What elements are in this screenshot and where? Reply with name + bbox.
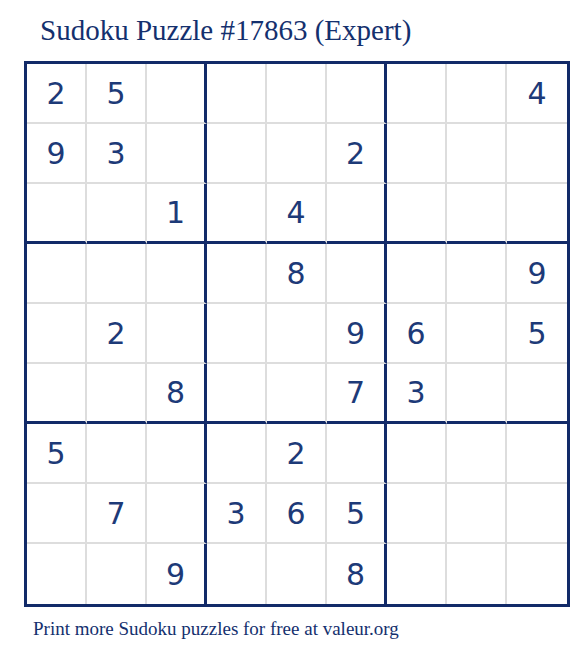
- sudoku-cell: 5: [27, 424, 87, 484]
- sudoku-cell: [507, 544, 567, 604]
- sudoku-cell: [447, 364, 507, 424]
- sudoku-cell: [207, 124, 267, 184]
- sudoku-cell: [87, 364, 147, 424]
- sudoku-cell: 5: [507, 304, 567, 364]
- sudoku-cell: [447, 244, 507, 304]
- sudoku-cell: [447, 124, 507, 184]
- sudoku-cell: [87, 244, 147, 304]
- sudoku-cell: [387, 124, 447, 184]
- sudoku-cell: [27, 484, 87, 544]
- sudoku-cell: 7: [327, 364, 387, 424]
- sudoku-cell: [327, 244, 387, 304]
- sudoku-cell: [267, 64, 327, 124]
- sudoku-cell: [87, 544, 147, 604]
- sudoku-cell: [447, 184, 507, 244]
- sudoku-cell: [327, 64, 387, 124]
- sudoku-cell: [447, 64, 507, 124]
- sudoku-cell: [27, 364, 87, 424]
- sudoku-cell: [447, 304, 507, 364]
- sudoku-cell: [387, 64, 447, 124]
- sudoku-cell: [147, 124, 207, 184]
- sudoku-cell: 2: [327, 124, 387, 184]
- sudoku-cell: [87, 184, 147, 244]
- sudoku-cell: [207, 244, 267, 304]
- sudoku-cell: 9: [27, 124, 87, 184]
- sudoku-cell: [267, 304, 327, 364]
- sudoku-cell: 8: [327, 544, 387, 604]
- sudoku-cell: [507, 124, 567, 184]
- sudoku-cell: [447, 544, 507, 604]
- sudoku-cell: [27, 184, 87, 244]
- sudoku-cell: [207, 544, 267, 604]
- sudoku-cell: [507, 184, 567, 244]
- sudoku-cell: [387, 544, 447, 604]
- sudoku-cell: [327, 424, 387, 484]
- sudoku-cell: 9: [327, 304, 387, 364]
- sudoku-cell: 5: [327, 484, 387, 544]
- sudoku-cell: [147, 64, 207, 124]
- footer-text: Print more Sudoku puzzles for free at va…: [33, 618, 399, 640]
- sudoku-cell: 3: [387, 364, 447, 424]
- sudoku-cell: 3: [87, 124, 147, 184]
- sudoku-cell: [147, 484, 207, 544]
- sudoku-cell: [387, 244, 447, 304]
- sudoku-cell: 6: [387, 304, 447, 364]
- sudoku-cell: [387, 484, 447, 544]
- sudoku-cell: [207, 184, 267, 244]
- sudoku-cell: 9: [507, 244, 567, 304]
- sudoku-cell: 2: [27, 64, 87, 124]
- sudoku-cell: [27, 544, 87, 604]
- sudoku-cell: [447, 484, 507, 544]
- sudoku-cell: [207, 424, 267, 484]
- sudoku-cell: [207, 64, 267, 124]
- sudoku-cell: [387, 184, 447, 244]
- sudoku-cell: 1: [147, 184, 207, 244]
- sudoku-cell: [447, 424, 507, 484]
- sudoku-cell: 8: [147, 364, 207, 424]
- sudoku-cell: [27, 244, 87, 304]
- sudoku-cell: [507, 424, 567, 484]
- sudoku-page: Sudoku Puzzle #17863 (Expert) 2549321489…: [0, 0, 580, 651]
- sudoku-cell: [507, 364, 567, 424]
- sudoku-cell: [387, 424, 447, 484]
- sudoku-cell: [27, 304, 87, 364]
- sudoku-cell: [507, 484, 567, 544]
- sudoku-cell: 9: [147, 544, 207, 604]
- sudoku-cell: [267, 544, 327, 604]
- sudoku-cell: 3: [207, 484, 267, 544]
- sudoku-board: 2549321489296587352736598: [24, 61, 570, 607]
- sudoku-cell: [147, 424, 207, 484]
- sudoku-cell: 7: [87, 484, 147, 544]
- sudoku-cell: [267, 124, 327, 184]
- sudoku-cell: [147, 244, 207, 304]
- sudoku-cell: 6: [267, 484, 327, 544]
- sudoku-cell: 4: [267, 184, 327, 244]
- sudoku-cell: [327, 184, 387, 244]
- sudoku-cell: 2: [267, 424, 327, 484]
- sudoku-cell: [87, 424, 147, 484]
- sudoku-cell: 4: [507, 64, 567, 124]
- sudoku-cell: [207, 304, 267, 364]
- sudoku-cell: 8: [267, 244, 327, 304]
- page-title: Sudoku Puzzle #17863 (Expert): [40, 14, 411, 47]
- sudoku-cell: 5: [87, 64, 147, 124]
- sudoku-cell: [267, 364, 327, 424]
- sudoku-cell: [147, 304, 207, 364]
- sudoku-cell: [207, 364, 267, 424]
- sudoku-cell: 2: [87, 304, 147, 364]
